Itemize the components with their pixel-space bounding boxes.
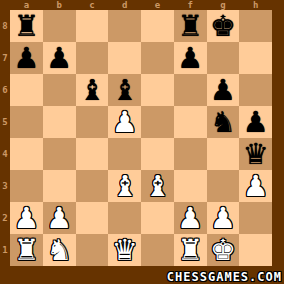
black-pawn: ♟ [210, 74, 236, 106]
square-d3[interactable]: ♝ [108, 170, 141, 202]
square-c2[interactable] [76, 202, 109, 234]
square-a3[interactable] [10, 170, 43, 202]
black-pawn: ♟ [13, 42, 39, 74]
black-knight: ♞ [210, 106, 236, 138]
square-g2[interactable]: ♟ [207, 202, 240, 234]
square-e1[interactable] [141, 234, 174, 266]
white-pawn: ♟ [210, 202, 236, 234]
square-a7[interactable]: ♟ [10, 42, 43, 74]
square-c7[interactable] [76, 42, 109, 74]
square-g5[interactable]: ♞ [207, 106, 240, 138]
square-f8[interactable]: ♜ [174, 10, 207, 42]
rank-label-8: 8 [0, 10, 10, 42]
white-bishop: ♝ [112, 170, 138, 202]
file-label-f: f [174, 0, 207, 10]
square-b4[interactable] [43, 138, 76, 170]
square-e6[interactable] [141, 74, 174, 106]
file-label-b: b [43, 0, 76, 10]
chess-board: ♜♜♚♟♟♟♝♝♟♟♞♟♛♝♝♟♟♟♟♟♜♞♛♜♚ [10, 10, 272, 266]
square-h1[interactable] [239, 234, 272, 266]
white-pawn: ♟ [112, 106, 138, 138]
white-queen: ♛ [112, 234, 138, 266]
watermark-text: CHESSGAMES.COM [167, 270, 282, 284]
rank-label-3: 3 [0, 170, 10, 202]
square-a2[interactable]: ♟ [10, 202, 43, 234]
square-a4[interactable] [10, 138, 43, 170]
square-f1[interactable]: ♜ [174, 234, 207, 266]
square-c3[interactable] [76, 170, 109, 202]
file-label-d: d [108, 0, 141, 10]
black-rook: ♜ [13, 10, 39, 42]
square-b6[interactable] [43, 74, 76, 106]
white-knight: ♞ [46, 234, 72, 266]
white-king: ♚ [210, 234, 236, 266]
square-e8[interactable] [141, 10, 174, 42]
square-b2[interactable]: ♟ [43, 202, 76, 234]
square-d5[interactable]: ♟ [108, 106, 141, 138]
black-bishop: ♝ [112, 74, 138, 106]
square-g4[interactable] [207, 138, 240, 170]
square-g1[interactable]: ♚ [207, 234, 240, 266]
file-label-g: g [207, 0, 240, 10]
square-b5[interactable] [43, 106, 76, 138]
chess-diagram: abcdefgh 87654321 ♜♜♚♟♟♟♝♝♟♟♞♟♛♝♝♟♟♟♟♟♜♞… [0, 0, 284, 284]
rank-label-6: 6 [0, 74, 10, 106]
square-b8[interactable] [43, 10, 76, 42]
rank-label-7: 7 [0, 42, 10, 74]
square-a1[interactable]: ♜ [10, 234, 43, 266]
square-e7[interactable] [141, 42, 174, 74]
square-d4[interactable] [108, 138, 141, 170]
square-e2[interactable] [141, 202, 174, 234]
file-label-e: e [141, 0, 174, 10]
rank-label-5: 5 [0, 106, 10, 138]
square-h2[interactable] [239, 202, 272, 234]
square-d6[interactable]: ♝ [108, 74, 141, 106]
square-h5[interactable]: ♟ [239, 106, 272, 138]
white-pawn: ♟ [243, 170, 269, 202]
square-f5[interactable] [174, 106, 207, 138]
square-f2[interactable]: ♟ [174, 202, 207, 234]
square-d2[interactable] [108, 202, 141, 234]
white-rook: ♜ [177, 234, 203, 266]
square-c8[interactable] [76, 10, 109, 42]
square-h3[interactable]: ♟ [239, 170, 272, 202]
black-bishop: ♝ [79, 74, 105, 106]
square-b1[interactable]: ♞ [43, 234, 76, 266]
white-pawn: ♟ [13, 202, 39, 234]
file-label-h: h [239, 0, 272, 10]
white-pawn: ♟ [177, 202, 203, 234]
black-rook: ♜ [177, 10, 203, 42]
square-c1[interactable] [76, 234, 109, 266]
square-a6[interactable] [10, 74, 43, 106]
square-a5[interactable] [10, 106, 43, 138]
square-b3[interactable] [43, 170, 76, 202]
square-g7[interactable] [207, 42, 240, 74]
square-f3[interactable] [174, 170, 207, 202]
square-c4[interactable] [76, 138, 109, 170]
white-bishop: ♝ [144, 170, 170, 202]
black-queen: ♛ [243, 138, 269, 170]
black-pawn: ♟ [46, 42, 72, 74]
rank-label-2: 2 [0, 202, 10, 234]
square-d1[interactable]: ♛ [108, 234, 141, 266]
black-pawn: ♟ [243, 106, 269, 138]
square-g6[interactable]: ♟ [207, 74, 240, 106]
square-d8[interactable] [108, 10, 141, 42]
white-pawn: ♟ [46, 202, 72, 234]
square-f4[interactable] [174, 138, 207, 170]
square-b7[interactable]: ♟ [43, 42, 76, 74]
square-e5[interactable] [141, 106, 174, 138]
square-f7[interactable]: ♟ [174, 42, 207, 74]
square-g3[interactable] [207, 170, 240, 202]
square-d7[interactable] [108, 42, 141, 74]
black-pawn: ♟ [177, 42, 203, 74]
square-e4[interactable] [141, 138, 174, 170]
square-h7[interactable] [239, 42, 272, 74]
square-a8[interactable]: ♜ [10, 10, 43, 42]
square-g8[interactable]: ♚ [207, 10, 240, 42]
file-label-a: a [10, 0, 43, 10]
square-h6[interactable] [239, 74, 272, 106]
square-c6[interactable]: ♝ [76, 74, 109, 106]
square-h4[interactable]: ♛ [239, 138, 272, 170]
rank-label-1: 1 [0, 234, 10, 266]
square-e3[interactable]: ♝ [141, 170, 174, 202]
rank-label-4: 4 [0, 138, 10, 170]
file-label-c: c [76, 0, 109, 10]
white-rook: ♜ [13, 234, 39, 266]
square-f6[interactable] [174, 74, 207, 106]
square-c5[interactable] [76, 106, 109, 138]
square-h8[interactable] [239, 10, 272, 42]
black-king: ♚ [210, 10, 236, 42]
